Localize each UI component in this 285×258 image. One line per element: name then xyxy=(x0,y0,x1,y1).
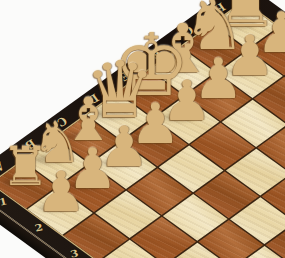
piece-white-pawn-a2[interactable]: ♟ xyxy=(36,164,86,220)
rank-label-3: 3 xyxy=(67,248,81,258)
rank-label-1: 1 xyxy=(0,196,9,208)
chess-set-photo: ABCDEFGH12345678 ♜♞♟♝♟♚♟♛♟♝♟♞♟♜♟♟ xyxy=(0,0,285,258)
